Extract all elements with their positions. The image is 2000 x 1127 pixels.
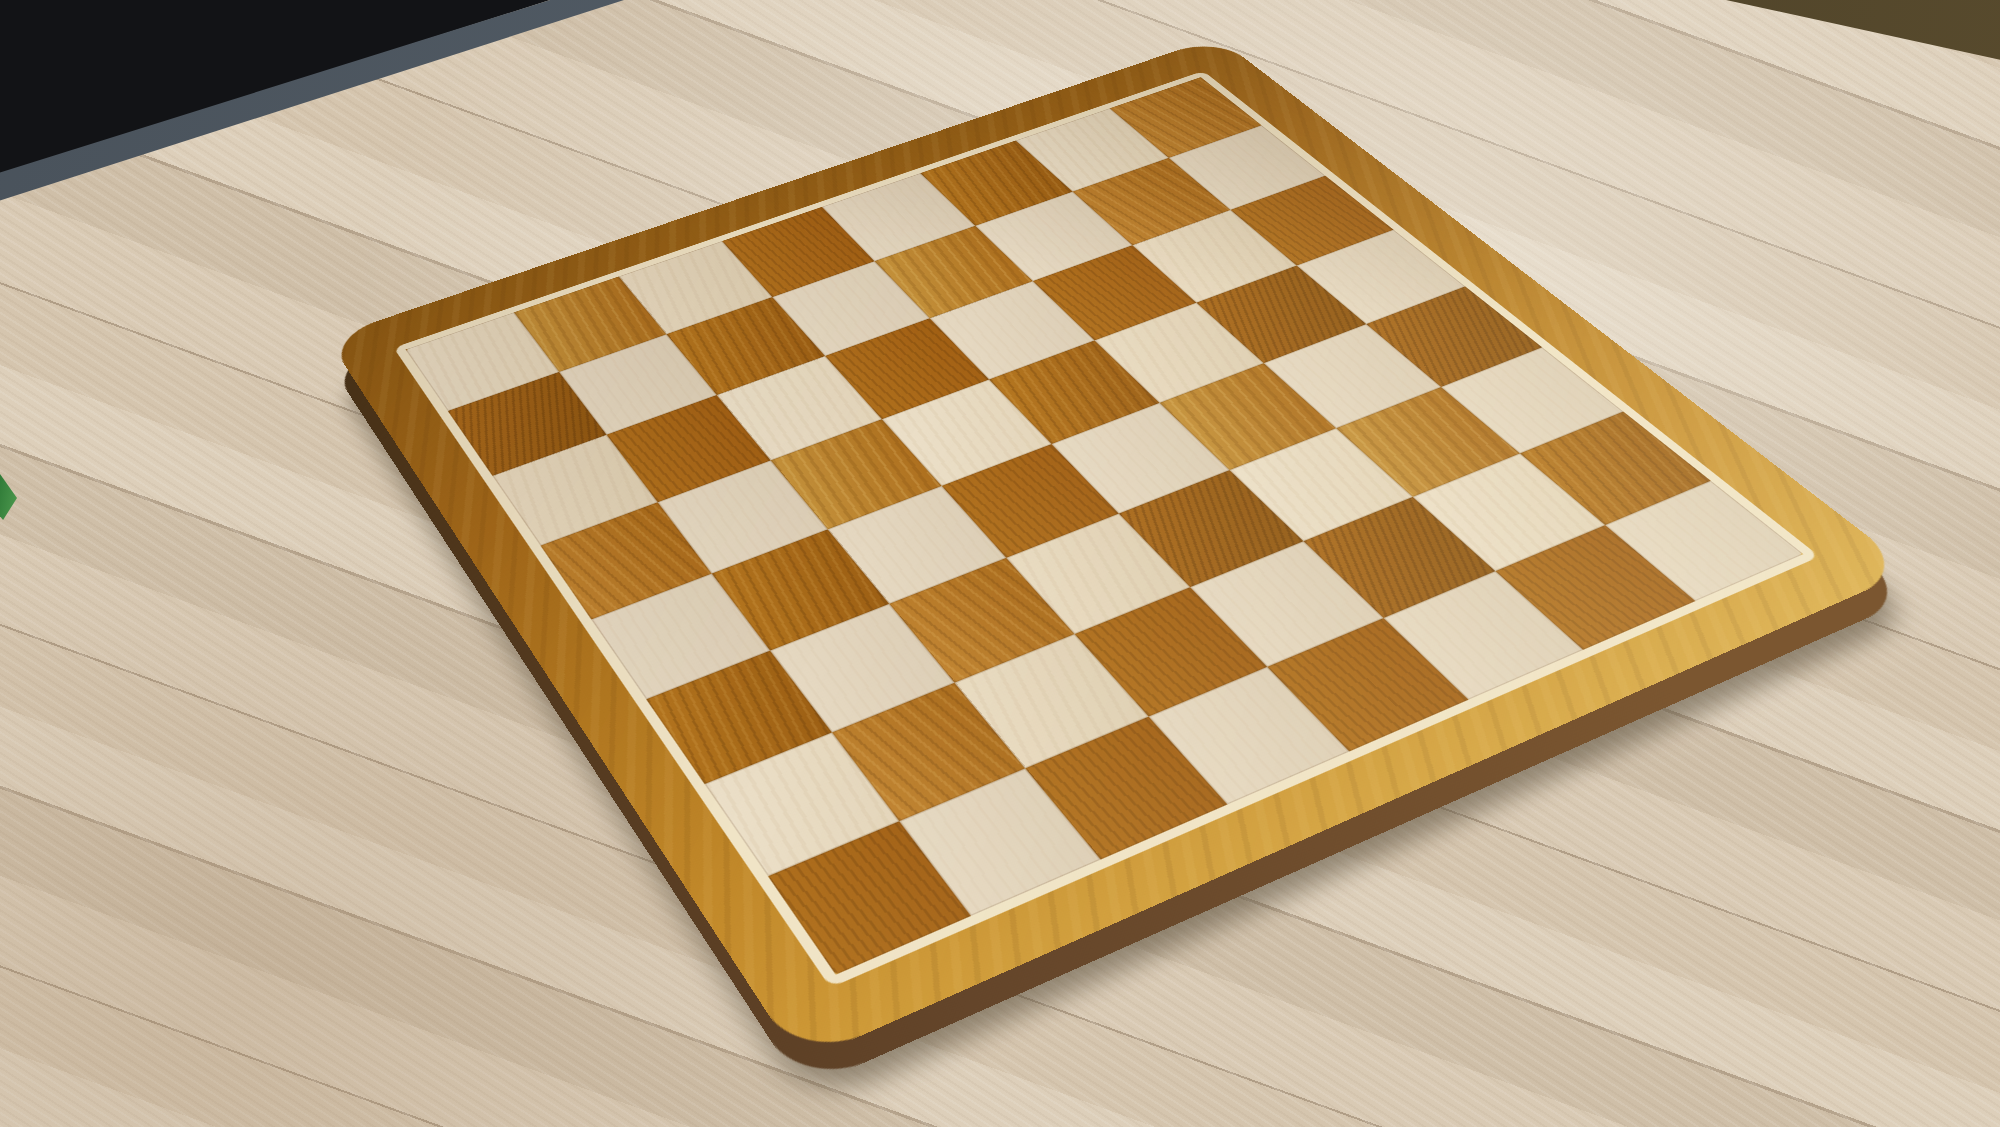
scene [0, 0, 2000, 1127]
